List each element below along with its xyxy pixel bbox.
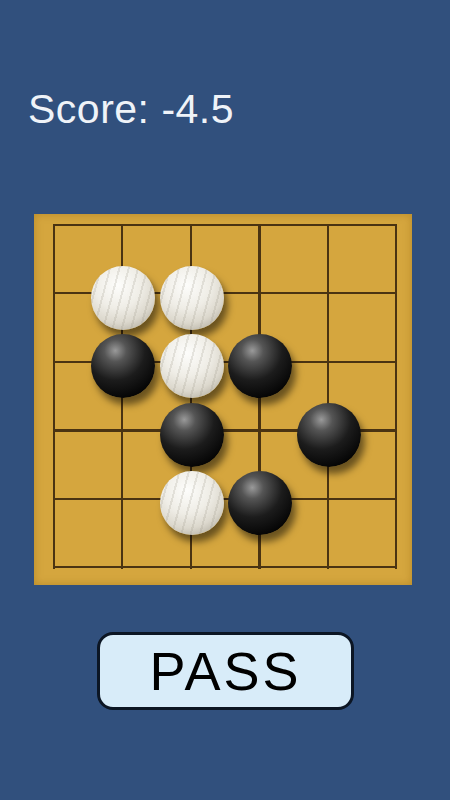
go-board[interactable]: ●●●●●●●●● [34,214,412,585]
stone-black: ● [228,334,292,398]
stone-white: ● [160,471,224,535]
stone-black: ● [297,403,361,467]
stone-black: ● [228,471,292,535]
stone-white: ● [160,266,224,330]
app-screen: Score: -4.5 ●●●●●●●●● PASS [0,0,450,800]
stone-white: ● [160,334,224,398]
stone-black: ● [91,334,155,398]
score-label: Score: -4.5 [28,86,234,133]
stone-white: ● [91,266,155,330]
pass-button[interactable]: PASS [97,632,354,710]
stones-layer: ●●●●●●●●● [20,192,431,603]
stone-black: ● [160,403,224,467]
